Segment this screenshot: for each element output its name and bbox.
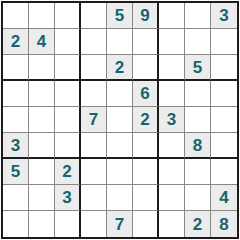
sudoku-cell-empty[interactable] bbox=[211, 55, 237, 81]
sudoku-cell-empty[interactable] bbox=[3, 3, 29, 29]
sudoku-cell-empty[interactable] bbox=[29, 3, 55, 29]
sudoku-cell-empty[interactable] bbox=[185, 107, 211, 133]
sudoku-cell-empty[interactable] bbox=[185, 29, 211, 55]
sudoku-page: 59324256723385234728 bbox=[0, 0, 240, 240]
sudoku-cell-empty[interactable] bbox=[107, 107, 133, 133]
sudoku-cell-empty[interactable] bbox=[159, 81, 185, 107]
sudoku-cell-empty[interactable] bbox=[159, 29, 185, 55]
sudoku-cell-empty[interactable] bbox=[81, 185, 107, 211]
sudoku-cell-empty[interactable] bbox=[3, 107, 29, 133]
sudoku-cell-empty[interactable] bbox=[133, 29, 159, 55]
sudoku-cell-empty[interactable] bbox=[185, 81, 211, 107]
sudoku-cell-empty[interactable] bbox=[107, 29, 133, 55]
sudoku-cell-empty[interactable] bbox=[55, 29, 81, 55]
sudoku-cell-empty[interactable] bbox=[55, 81, 81, 107]
sudoku-cell-empty[interactable] bbox=[211, 159, 237, 185]
sudoku-cell-empty[interactable] bbox=[29, 159, 55, 185]
sudoku-cell-given: 4 bbox=[211, 185, 237, 211]
sudoku-cell-given: 3 bbox=[211, 3, 237, 29]
sudoku-cell-empty[interactable] bbox=[55, 211, 81, 237]
sudoku-cell-empty[interactable] bbox=[81, 133, 107, 159]
sudoku-cell-empty[interactable] bbox=[211, 133, 237, 159]
sudoku-cell-empty[interactable] bbox=[211, 81, 237, 107]
sudoku-cell-empty[interactable] bbox=[29, 107, 55, 133]
sudoku-cell-empty[interactable] bbox=[159, 55, 185, 81]
sudoku-cell-empty[interactable] bbox=[3, 185, 29, 211]
sudoku-cell-empty[interactable] bbox=[107, 159, 133, 185]
sudoku-cell-given: 7 bbox=[107, 211, 133, 237]
sudoku-cell-given: 9 bbox=[133, 3, 159, 29]
sudoku-cell-given: 3 bbox=[3, 133, 29, 159]
sudoku-cell-empty[interactable] bbox=[159, 159, 185, 185]
sudoku-cell-empty[interactable] bbox=[55, 107, 81, 133]
sudoku-cell-given: 7 bbox=[81, 107, 107, 133]
sudoku-cell-given: 6 bbox=[133, 81, 159, 107]
sudoku-cell-empty[interactable] bbox=[107, 81, 133, 107]
sudoku-cell-empty[interactable] bbox=[133, 159, 159, 185]
sudoku-cell-empty[interactable] bbox=[29, 185, 55, 211]
sudoku-cell-empty[interactable] bbox=[185, 3, 211, 29]
sudoku-cell-empty[interactable] bbox=[185, 159, 211, 185]
sudoku-cell-given: 5 bbox=[107, 3, 133, 29]
sudoku-cell-empty[interactable] bbox=[81, 29, 107, 55]
sudoku-cell-given: 5 bbox=[3, 159, 29, 185]
sudoku-cell-empty[interactable] bbox=[81, 55, 107, 81]
sudoku-cell-empty[interactable] bbox=[211, 107, 237, 133]
sudoku-cell-empty[interactable] bbox=[81, 81, 107, 107]
sudoku-cell-empty[interactable] bbox=[81, 3, 107, 29]
sudoku-board: 59324256723385234728 bbox=[1, 1, 239, 239]
sudoku-cell-given: 2 bbox=[55, 159, 81, 185]
sudoku-cell-given: 8 bbox=[185, 133, 211, 159]
sudoku-cell-empty[interactable] bbox=[3, 55, 29, 81]
sudoku-cell-given: 2 bbox=[107, 55, 133, 81]
sudoku-cell-empty[interactable] bbox=[133, 211, 159, 237]
sudoku-cell-empty[interactable] bbox=[3, 81, 29, 107]
sudoku-cell-given: 2 bbox=[133, 107, 159, 133]
sudoku-cell-empty[interactable] bbox=[107, 185, 133, 211]
sudoku-cell-given: 3 bbox=[55, 185, 81, 211]
sudoku-cell-empty[interactable] bbox=[55, 133, 81, 159]
sudoku-cell-empty[interactable] bbox=[81, 159, 107, 185]
sudoku-cell-empty[interactable] bbox=[133, 185, 159, 211]
sudoku-cell-given: 3 bbox=[159, 107, 185, 133]
sudoku-cell-empty[interactable] bbox=[29, 55, 55, 81]
sudoku-cell-empty[interactable] bbox=[159, 211, 185, 237]
sudoku-cell-empty[interactable] bbox=[55, 55, 81, 81]
sudoku-cell-empty[interactable] bbox=[81, 211, 107, 237]
sudoku-cell-given: 8 bbox=[211, 211, 237, 237]
sudoku-cell-empty[interactable] bbox=[29, 133, 55, 159]
sudoku-cell-empty[interactable] bbox=[211, 29, 237, 55]
sudoku-cell-empty[interactable] bbox=[3, 211, 29, 237]
sudoku-cell-empty[interactable] bbox=[159, 133, 185, 159]
sudoku-cell-empty[interactable] bbox=[133, 133, 159, 159]
sudoku-cell-given: 5 bbox=[185, 55, 211, 81]
sudoku-cell-empty[interactable] bbox=[159, 185, 185, 211]
sudoku-cell-empty[interactable] bbox=[159, 3, 185, 29]
sudoku-cell-given: 2 bbox=[3, 29, 29, 55]
sudoku-cell-empty[interactable] bbox=[133, 55, 159, 81]
sudoku-cell-empty[interactable] bbox=[55, 3, 81, 29]
sudoku-cell-empty[interactable] bbox=[29, 211, 55, 237]
sudoku-cell-empty[interactable] bbox=[29, 81, 55, 107]
sudoku-cell-given: 4 bbox=[29, 29, 55, 55]
sudoku-cell-empty[interactable] bbox=[185, 185, 211, 211]
sudoku-cell-empty[interactable] bbox=[107, 133, 133, 159]
sudoku-cell-given: 2 bbox=[185, 211, 211, 237]
